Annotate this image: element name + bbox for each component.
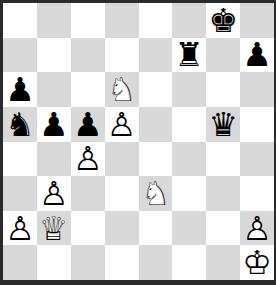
square-b1[interactable]	[37, 245, 71, 280]
square-g2[interactable]	[206, 211, 240, 246]
square-e3[interactable]: ♞♘	[139, 176, 173, 211]
square-b4[interactable]	[37, 142, 71, 177]
piece-black-king: ♚	[206, 3, 240, 38]
square-g1[interactable]	[206, 245, 240, 280]
square-b2[interactable]: ♛♕	[37, 211, 71, 246]
square-a3[interactable]	[3, 176, 37, 211]
square-h5[interactable]	[240, 107, 274, 142]
piece-white-pawn: ♙	[240, 211, 274, 246]
square-h3[interactable]	[240, 176, 274, 211]
piece-white-pawn: ♙	[105, 107, 139, 142]
square-h8[interactable]	[240, 3, 274, 38]
piece-white-knight: ♘	[105, 72, 139, 107]
piece-fill-white-pawn: ♟	[3, 211, 37, 246]
piece-fill-white-pawn: ♟	[105, 107, 139, 142]
square-h1[interactable]: ♚♔	[240, 245, 274, 280]
square-d5[interactable]: ♟♙	[105, 107, 139, 142]
piece-fill-white-pawn: ♟	[37, 176, 71, 211]
square-c2[interactable]	[71, 211, 105, 246]
square-a1[interactable]	[3, 245, 37, 280]
square-b3[interactable]: ♟♙	[37, 176, 71, 211]
square-e4[interactable]	[139, 142, 173, 177]
piece-white-pawn: ♙	[37, 176, 71, 211]
square-d7[interactable]	[105, 38, 139, 73]
piece-fill-white-king: ♚	[240, 245, 274, 280]
square-f6[interactable]	[172, 72, 206, 107]
square-e5[interactable]	[139, 107, 173, 142]
square-e2[interactable]	[139, 211, 173, 246]
square-b6[interactable]	[37, 72, 71, 107]
square-d6[interactable]: ♞♘	[105, 72, 139, 107]
square-f8[interactable]	[172, 3, 206, 38]
square-b7[interactable]	[37, 38, 71, 73]
square-c7[interactable]	[71, 38, 105, 73]
square-g3[interactable]	[206, 176, 240, 211]
piece-black-queen: ♛	[206, 107, 240, 142]
square-d1[interactable]	[105, 245, 139, 280]
square-b5[interactable]: ♟	[37, 107, 71, 142]
piece-fill-white-pawn: ♟	[240, 211, 274, 246]
square-a6[interactable]: ♟	[3, 72, 37, 107]
square-f4[interactable]	[172, 142, 206, 177]
board-frame: ♚♜♟♟♞♘♞♟♟♟♙♛♟♙♟♙♞♘♟♙♛♕♟♙♚♔	[0, 0, 276, 285]
square-d4[interactable]	[105, 142, 139, 177]
square-a2[interactable]: ♟♙	[3, 211, 37, 246]
piece-black-pawn: ♟	[240, 38, 274, 73]
square-f7[interactable]: ♜	[172, 38, 206, 73]
square-c6[interactable]	[71, 72, 105, 107]
piece-black-knight: ♞	[3, 107, 37, 142]
square-a7[interactable]	[3, 38, 37, 73]
piece-black-pawn: ♟	[37, 107, 71, 142]
square-e1[interactable]	[139, 245, 173, 280]
chess-board: ♚♜♟♟♞♘♞♟♟♟♙♛♟♙♟♙♞♘♟♙♛♕♟♙♚♔	[3, 3, 274, 280]
square-g7[interactable]	[206, 38, 240, 73]
square-a8[interactable]	[3, 3, 37, 38]
square-a5[interactable]: ♞	[3, 107, 37, 142]
square-c8[interactable]	[71, 3, 105, 38]
square-g8[interactable]: ♚	[206, 3, 240, 38]
square-h4[interactable]	[240, 142, 274, 177]
square-c1[interactable]	[71, 245, 105, 280]
square-h6[interactable]	[240, 72, 274, 107]
piece-black-pawn: ♟	[3, 72, 37, 107]
piece-fill-white-pawn: ♟	[71, 142, 105, 177]
square-e6[interactable]	[139, 72, 173, 107]
piece-white-pawn: ♙	[3, 211, 37, 246]
square-e8[interactable]	[139, 3, 173, 38]
square-h7[interactable]: ♟	[240, 38, 274, 73]
piece-fill-white-queen: ♛	[37, 211, 71, 246]
square-b8[interactable]	[37, 3, 71, 38]
square-c5[interactable]: ♟	[71, 107, 105, 142]
square-f2[interactable]	[172, 211, 206, 246]
square-e7[interactable]	[139, 38, 173, 73]
square-c3[interactable]	[71, 176, 105, 211]
piece-fill-white-knight: ♞	[105, 72, 139, 107]
piece-black-pawn: ♟	[71, 107, 105, 142]
square-h2[interactable]: ♟♙	[240, 211, 274, 246]
piece-fill-white-knight: ♞	[139, 176, 173, 211]
piece-white-queen: ♕	[37, 211, 71, 246]
square-g6[interactable]	[206, 72, 240, 107]
square-d3[interactable]	[105, 176, 139, 211]
square-g4[interactable]	[206, 142, 240, 177]
square-g5[interactable]: ♛	[206, 107, 240, 142]
square-f3[interactable]	[172, 176, 206, 211]
piece-white-pawn: ♙	[71, 142, 105, 177]
piece-black-rook: ♜	[172, 38, 206, 73]
square-d8[interactable]	[105, 3, 139, 38]
square-d2[interactable]	[105, 211, 139, 246]
square-c4[interactable]: ♟♙	[71, 142, 105, 177]
piece-white-knight: ♘	[139, 176, 173, 211]
square-f1[interactable]	[172, 245, 206, 280]
square-a4[interactable]	[3, 142, 37, 177]
piece-white-king: ♔	[240, 245, 274, 280]
square-f5[interactable]	[172, 107, 206, 142]
